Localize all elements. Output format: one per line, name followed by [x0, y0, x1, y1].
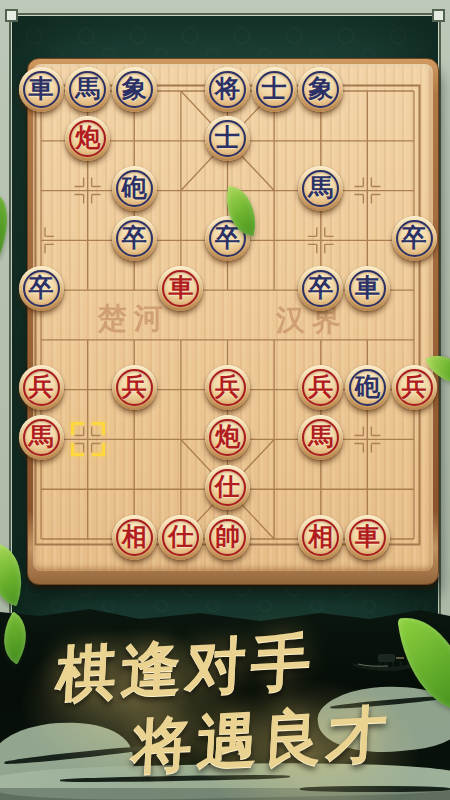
piece-red-pawn[interactable]: 兵 — [298, 365, 343, 410]
piece-glyph: 車 — [29, 76, 54, 101]
piece-glyph: 車 — [168, 275, 193, 300]
frame-corner-ornament-left — [5, 9, 18, 22]
piece-glyph: 卒 — [215, 225, 240, 250]
piece-red-elephant[interactable]: 相 — [112, 515, 157, 560]
piece-glyph: 卒 — [402, 225, 427, 250]
piece-red-advisor[interactable]: 仕 — [158, 515, 203, 560]
piece-glyph: 砲 — [122, 175, 147, 200]
piece-glyph: 将 — [215, 76, 240, 101]
piece-glyph: 仕 — [168, 524, 193, 549]
piece-glyph: 炮 — [75, 125, 100, 150]
piece-black-pawn[interactable]: 卒 — [112, 216, 157, 261]
piece-glyph: 兵 — [215, 374, 240, 399]
piece-black-chariot[interactable]: 車 — [345, 266, 390, 311]
piece-glyph: 卒 — [308, 275, 333, 300]
piece-glyph: 卒 — [29, 275, 54, 300]
screen: 楚河 汉界 車馬象将士象炮士砲馬卒卒卒卒車卒車兵兵兵兵砲兵馬炮馬仕相仕帥相車 — [0, 0, 450, 800]
piece-red-cannon[interactable]: 炮 — [65, 116, 110, 161]
piece-red-chariot[interactable]: 車 — [158, 266, 203, 311]
piece-glyph: 兵 — [122, 374, 147, 399]
piece-glyph: 仕 — [215, 474, 240, 499]
piece-glyph: 士 — [215, 125, 240, 150]
piece-glyph: 炮 — [215, 424, 240, 449]
piece-red-pawn[interactable]: 兵 — [112, 365, 157, 410]
piece-black-pawn[interactable]: 卒 — [298, 266, 343, 311]
piece-black-elephant[interactable]: 象 — [298, 67, 343, 112]
frame-corner-ornament-right — [432, 9, 445, 22]
banner-title-line2: 将遇良才 — [130, 693, 394, 788]
piece-black-horse[interactable]: 馬 — [65, 67, 110, 112]
piece-black-cannon[interactable]: 砲 — [345, 365, 390, 410]
piece-black-chariot[interactable]: 車 — [19, 67, 64, 112]
piece-glyph: 馬 — [29, 424, 54, 449]
piece-glyph: 砲 — [355, 374, 380, 399]
piece-black-king[interactable]: 将 — [205, 67, 250, 112]
piece-red-king[interactable]: 帥 — [205, 515, 250, 560]
piece-red-advisor[interactable]: 仕 — [205, 465, 250, 510]
piece-red-cannon[interactable]: 炮 — [205, 415, 250, 460]
piece-black-horse[interactable]: 馬 — [298, 166, 343, 211]
piece-glyph: 象 — [122, 76, 147, 101]
piece-glyph: 兵 — [308, 374, 333, 399]
piece-red-elephant[interactable]: 相 — [298, 515, 343, 560]
piece-black-pawn[interactable]: 卒 — [19, 266, 64, 311]
piece-black-advisor[interactable]: 士 — [205, 116, 250, 161]
piece-red-pawn[interactable]: 兵 — [392, 365, 437, 410]
piece-black-pawn[interactable]: 卒 — [392, 216, 437, 261]
piece-glyph: 馬 — [75, 76, 100, 101]
piece-black-elephant[interactable]: 象 — [112, 67, 157, 112]
piece-glyph: 相 — [122, 524, 147, 549]
piece-red-pawn[interactable]: 兵 — [205, 365, 250, 410]
piece-glyph: 兵 — [29, 374, 54, 399]
piece-glyph: 馬 — [308, 175, 333, 200]
piece-red-horse[interactable]: 馬 — [19, 415, 64, 460]
piece-black-advisor[interactable]: 士 — [252, 67, 297, 112]
piece-red-chariot[interactable]: 車 — [345, 515, 390, 560]
piece-black-cannon[interactable]: 砲 — [112, 166, 157, 211]
xiangqi-board: 楚河 汉界 車馬象将士象炮士砲馬卒卒卒卒車卒車兵兵兵兵砲兵馬炮馬仕相仕帥相車 — [27, 58, 439, 585]
piece-glyph: 馬 — [308, 424, 333, 449]
piece-glyph: 卒 — [122, 225, 147, 250]
piece-glyph: 車 — [355, 524, 380, 549]
piece-glyph: 車 — [355, 275, 380, 300]
piece-glyph: 相 — [308, 524, 333, 549]
piece-glyph: 士 — [262, 76, 287, 101]
piece-red-horse[interactable]: 馬 — [298, 415, 343, 460]
piece-red-pawn[interactable]: 兵 — [19, 365, 64, 410]
piece-glyph: 兵 — [402, 374, 427, 399]
piece-glyph: 象 — [308, 76, 333, 101]
pieces-layer: 車馬象将士象炮士砲馬卒卒卒卒車卒車兵兵兵兵砲兵馬炮馬仕相仕帥相車 — [28, 59, 438, 584]
piece-glyph: 帥 — [215, 524, 240, 549]
